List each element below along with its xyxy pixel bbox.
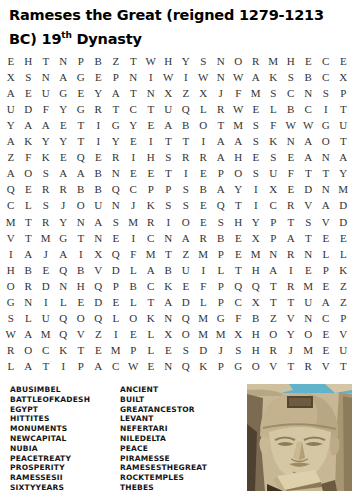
grid-cell: H xyxy=(282,53,300,69)
grid-cell: W xyxy=(142,53,160,69)
grid-cell: T xyxy=(37,53,55,69)
grid-cell: E xyxy=(125,326,143,342)
grid-cell: N xyxy=(72,213,90,229)
grid-cell: P xyxy=(317,262,335,278)
grid-cell: S xyxy=(107,213,125,229)
grid-cell: R xyxy=(20,278,38,294)
grid-cell: E xyxy=(317,342,335,358)
grid-cell: O xyxy=(72,197,90,213)
grid-cell: N xyxy=(55,278,73,294)
grid-cell: I xyxy=(160,213,178,229)
grid-cell: P xyxy=(212,165,230,181)
grid-cell: S xyxy=(265,85,283,101)
grid-cell: Q xyxy=(230,278,248,294)
grid-cell: M xyxy=(335,181,353,197)
grid-cell: E xyxy=(282,181,300,197)
grid-cell: O xyxy=(177,326,195,342)
grid-cell: V xyxy=(90,262,108,278)
grid-cell: O xyxy=(20,165,38,181)
word-list-item: PEACETREATY xyxy=(10,454,90,464)
grid-cell: R xyxy=(212,101,230,117)
grid-cell: S xyxy=(177,342,195,358)
grid-cell: C xyxy=(230,294,248,310)
grid-cell: W xyxy=(230,69,248,85)
grid-cell: G xyxy=(72,101,90,117)
grid-cell: N xyxy=(300,246,318,262)
grid-cell: W xyxy=(195,69,213,85)
grid-cell: P xyxy=(212,358,230,374)
grid-cell: X xyxy=(230,326,248,342)
grid-cell: S xyxy=(177,181,195,197)
grid-cell: K xyxy=(142,310,160,326)
grid-cell: P xyxy=(72,53,90,69)
grid-cell: P xyxy=(160,181,178,197)
grid-cell: K xyxy=(55,342,73,358)
grid-cell: E xyxy=(72,294,90,310)
grid-cell: U xyxy=(177,262,195,278)
grid-cell: B xyxy=(72,181,90,197)
grid-cell: A xyxy=(335,149,353,165)
grid-cell: Z xyxy=(177,246,195,262)
grid-cell: A xyxy=(72,165,90,181)
grid-cell: A xyxy=(160,117,178,133)
grid-cell: F xyxy=(230,85,248,101)
grid-cell: I xyxy=(195,133,213,149)
grid-cell: B xyxy=(160,262,178,278)
grid-cell: E xyxy=(160,342,178,358)
grid-cell: T xyxy=(125,85,143,101)
grid-cell: A xyxy=(55,165,73,181)
grid-cell: T xyxy=(37,358,55,374)
grid-cell: U xyxy=(335,117,353,133)
grid-cell: Q xyxy=(177,310,195,326)
grid-cell: N xyxy=(107,197,125,213)
grid-cell: Q xyxy=(55,262,73,278)
grid-cell: N xyxy=(160,358,178,374)
grid-cell: B xyxy=(212,230,230,246)
grid-cell: E xyxy=(300,53,318,69)
grid-cell: T xyxy=(125,53,143,69)
grid-cell: A xyxy=(212,133,230,149)
grid-cell: W xyxy=(230,101,248,117)
grid-cell: M xyxy=(247,85,265,101)
grid-cell: P xyxy=(107,278,125,294)
grid-cell: N xyxy=(107,165,125,181)
grid-cell: I xyxy=(2,246,20,262)
word-list-item: NUBIA xyxy=(10,444,90,454)
grid-cell: G xyxy=(55,230,73,246)
grid-cell: A xyxy=(177,230,195,246)
grid-cell: Q xyxy=(107,181,125,197)
grid-cell: J xyxy=(55,197,73,213)
grid-cell: M xyxy=(300,342,318,358)
grid-cell: B xyxy=(282,101,300,117)
grid-cell: M xyxy=(37,230,55,246)
grid-cell: X xyxy=(335,69,353,85)
grid-cell: L xyxy=(212,262,230,278)
grid-cell: T xyxy=(142,294,160,310)
grid-cell: P xyxy=(107,69,125,85)
grid-cell: F xyxy=(230,310,248,326)
grid-cell: A xyxy=(160,294,178,310)
word-list-item: RAMESSESII xyxy=(10,473,90,483)
grid-cell: X xyxy=(195,85,213,101)
grid-cell: B xyxy=(125,278,143,294)
grid-cell: Q xyxy=(72,149,90,165)
grid-cell: A xyxy=(142,262,160,278)
grid-cell: I xyxy=(125,230,143,246)
grid-cell: S xyxy=(212,213,230,229)
grid-cell: L xyxy=(55,294,73,310)
grid-cell: Q xyxy=(90,310,108,326)
grid-cell: A xyxy=(317,197,335,213)
grid-cell: N xyxy=(212,69,230,85)
grid-cell: O xyxy=(317,133,335,149)
grid-cell: R xyxy=(90,101,108,117)
grid-cell: I xyxy=(247,197,265,213)
grid-cell: I xyxy=(247,181,265,197)
title-line2: BC) 19 xyxy=(9,30,61,46)
grid-cell: D xyxy=(195,342,213,358)
grid-cell: V xyxy=(265,358,283,374)
grid-cell: P xyxy=(72,358,90,374)
grid-cell: H xyxy=(230,149,248,165)
word-list-item: RAMESESTHEGREAT xyxy=(120,463,207,473)
grid-cell: G xyxy=(2,294,20,310)
grid-cell: I xyxy=(177,165,195,181)
grid-cell: J xyxy=(212,342,230,358)
grid-cell: C xyxy=(142,278,160,294)
grid-cell: T xyxy=(142,101,160,117)
grid-cell: E xyxy=(72,85,90,101)
grid-cell: O xyxy=(20,342,38,358)
grid-cell: M xyxy=(195,326,213,342)
grid-cell: D xyxy=(335,213,353,229)
grid-cell: N xyxy=(55,53,73,69)
grid-cell: T xyxy=(265,294,283,310)
grid-cell: L xyxy=(265,101,283,117)
grid-cell: T xyxy=(212,117,230,133)
grid-cell: A xyxy=(107,85,125,101)
grid-cell: D xyxy=(107,262,125,278)
page-title: Rameses the Great (reigned 1279-1213BC) … xyxy=(9,6,353,49)
grid-cell: S xyxy=(247,133,265,149)
grid-cell: L xyxy=(142,342,160,358)
grid-cell: X xyxy=(90,246,108,262)
grid-cell: A xyxy=(265,262,283,278)
grid-cell: L xyxy=(335,246,353,262)
grid-cell: T xyxy=(282,213,300,229)
grid-cell: M xyxy=(212,326,230,342)
grid-cell: R xyxy=(195,149,213,165)
grid-cell: H xyxy=(2,262,20,278)
grid-cell: H xyxy=(72,278,90,294)
grid-cell: L xyxy=(20,310,38,326)
grid-cell: D xyxy=(37,278,55,294)
grid-cell: E xyxy=(125,133,143,149)
grid-cell: U xyxy=(160,101,178,117)
grid-cell: N xyxy=(300,310,318,326)
grid-cell: S xyxy=(20,69,38,85)
grid-cell: P xyxy=(265,213,283,229)
grid-cell: S xyxy=(282,69,300,85)
grid-cell: S xyxy=(300,213,318,229)
grid-cell: N xyxy=(282,133,300,149)
grid-cell: N xyxy=(212,53,230,69)
grid-cell: N xyxy=(125,69,143,85)
grid-cell: H xyxy=(247,262,265,278)
grid-cell: V xyxy=(317,358,335,374)
grid-cell: C xyxy=(282,85,300,101)
word-list-column-2: ANCIENTBUILTGREATANCESTORLEVANTNEFERTARI… xyxy=(120,385,207,493)
uraeus-recess-inner xyxy=(289,398,311,406)
grid-cell: Q xyxy=(177,101,195,117)
grid-cell: T xyxy=(72,133,90,149)
grid-cell: M xyxy=(107,342,125,358)
grid-cell: N xyxy=(37,69,55,85)
grid-cell: F xyxy=(125,246,143,262)
grid-cell: E xyxy=(125,165,143,181)
grid-cell: M xyxy=(195,246,213,262)
grid-cell: A xyxy=(20,117,38,133)
grid-cell: Y xyxy=(177,53,195,69)
grid-cell: P xyxy=(125,342,143,358)
grid-cell: A xyxy=(247,69,265,85)
grid-cell: A xyxy=(2,165,20,181)
word-list-item: BATTLEOFKADESH xyxy=(10,395,90,405)
grid-cell: Q xyxy=(2,181,20,197)
grid-cell: O xyxy=(230,53,248,69)
grid-cell: W xyxy=(160,69,178,85)
grid-cell: R xyxy=(265,342,283,358)
grid-cell: J xyxy=(37,246,55,262)
grid-cell: V xyxy=(2,230,20,246)
grid-cell: I xyxy=(177,69,195,85)
grid-cell: S xyxy=(265,149,283,165)
grid-cell: M xyxy=(265,53,283,69)
grid-cell: E xyxy=(20,85,38,101)
grid-cell: Z xyxy=(265,310,283,326)
grid-cell: Q xyxy=(55,310,73,326)
grid-cell: L xyxy=(142,326,160,342)
word-list-item: THEBES xyxy=(120,483,207,493)
grid-cell: A xyxy=(20,246,38,262)
grid-cell: Y xyxy=(37,133,55,149)
grid-cell: B xyxy=(20,262,38,278)
grid-cell: E xyxy=(230,246,248,262)
grid-cell: Y xyxy=(107,133,125,149)
grid-cell: E xyxy=(107,230,125,246)
grid-cell: M xyxy=(230,117,248,133)
grid-cell: E xyxy=(142,358,160,374)
word-list-item: LEVANT xyxy=(120,414,207,424)
grid-cell: R xyxy=(282,246,300,262)
grid-cell: O xyxy=(230,165,248,181)
grid-cell: E xyxy=(195,213,213,229)
grid-cell: K xyxy=(20,133,38,149)
grid-cell: A xyxy=(37,117,55,133)
grid-cell: M xyxy=(125,213,143,229)
title-line1: Rameses the Great (reigned 1279-1213 xyxy=(9,7,324,23)
grid-cell: U xyxy=(90,197,108,213)
grid-cell: M xyxy=(247,246,265,262)
grid-cell: C xyxy=(37,342,55,358)
grid-cell: U xyxy=(300,294,318,310)
grid-cell: F xyxy=(37,101,55,117)
grid-cell: T xyxy=(177,133,195,149)
grid-cell: C xyxy=(107,358,125,374)
grid-cell: A xyxy=(20,326,38,342)
grid-cell: H xyxy=(230,213,248,229)
grid-cell: S xyxy=(160,197,178,213)
grid-cell: C xyxy=(2,197,20,213)
grid-cell: W xyxy=(282,117,300,133)
grid-cell: Y xyxy=(55,133,73,149)
grid-cell: S xyxy=(37,197,55,213)
grid-cell: B xyxy=(72,262,90,278)
grid-cell: L xyxy=(125,262,143,278)
grid-cell: H xyxy=(160,53,178,69)
grid-cell: M xyxy=(37,326,55,342)
grid-cell: E xyxy=(90,69,108,85)
grid-cell: F xyxy=(20,149,38,165)
grid-cell: B xyxy=(300,69,318,85)
grid-cell: B xyxy=(177,117,195,133)
grid-cell: T xyxy=(265,278,283,294)
grid-cell: X xyxy=(265,181,283,197)
grid-cell: S xyxy=(195,53,213,69)
grid-cell: R xyxy=(2,342,20,358)
title-superscript: th xyxy=(61,30,71,40)
grid-cell: E xyxy=(142,165,160,181)
word-list-item: ROCKTEMPLES xyxy=(120,473,207,483)
grid-cell: T xyxy=(282,358,300,374)
grid-cell: D xyxy=(335,197,353,213)
word-list-item: GREATANCESTOR xyxy=(120,405,207,415)
grid-cell: O xyxy=(300,326,318,342)
grid-cell: Y xyxy=(2,117,20,133)
grid-cell: N xyxy=(90,230,108,246)
word-list-item: NEFERTARI xyxy=(120,424,207,434)
grid-cell: T xyxy=(20,230,38,246)
word-list-item: BUILT xyxy=(120,395,207,405)
grid-cell: Q xyxy=(212,197,230,213)
grid-cell: N xyxy=(160,230,178,246)
grid-cell: K xyxy=(265,133,283,149)
grid-cell: L xyxy=(125,294,143,310)
grid-cell: C xyxy=(125,101,143,117)
grid-cell: E xyxy=(335,230,353,246)
grid-cell: T xyxy=(160,246,178,262)
grid-cell: C xyxy=(125,181,143,197)
grid-cell: U xyxy=(265,165,283,181)
grid-cell: A xyxy=(2,133,20,149)
grid-cell: E xyxy=(300,262,318,278)
grid-cell: T xyxy=(335,133,353,149)
grid-cell: S xyxy=(317,85,335,101)
grid-cell: X xyxy=(160,85,178,101)
grid-cell: H xyxy=(247,326,265,342)
grid-cell: D xyxy=(300,181,318,197)
grid-cell: L xyxy=(20,197,38,213)
grid-cell: R xyxy=(282,197,300,213)
grid-cell: M xyxy=(2,213,20,229)
grid-cell: F xyxy=(265,117,283,133)
grid-cell: S xyxy=(247,165,265,181)
grid-cell: I xyxy=(125,149,143,165)
grid-cell: D xyxy=(177,294,195,310)
grid-cell: A xyxy=(230,133,248,149)
grid-cell: R xyxy=(247,53,265,69)
grid-cell: Z xyxy=(335,294,353,310)
grid-cell: Y xyxy=(90,85,108,101)
grid-cell: T xyxy=(160,133,178,149)
grid-cell: S xyxy=(230,342,248,358)
grid-cell: Z xyxy=(107,53,125,69)
rameses-statue-photo xyxy=(247,384,352,491)
word-list-item: ANCIENT xyxy=(120,385,207,395)
grid-cell: Y xyxy=(247,213,265,229)
grid-cell: H xyxy=(20,53,38,69)
grid-cell: Y xyxy=(230,181,248,197)
grid-cell: W xyxy=(2,326,20,342)
grid-cell: R xyxy=(282,278,300,294)
grid-cell: R xyxy=(300,358,318,374)
word-list-item: PROSPERITY xyxy=(10,463,90,473)
grid-cell: I xyxy=(37,294,55,310)
grid-cell: K xyxy=(37,149,55,165)
grid-cell: T xyxy=(335,101,353,117)
grid-cell: A xyxy=(2,85,20,101)
grid-cell: X xyxy=(247,294,265,310)
word-list-item: PEACE xyxy=(120,444,207,454)
grid-cell: Q xyxy=(90,278,108,294)
grid-cell: J xyxy=(212,85,230,101)
grid-cell: Q xyxy=(55,326,73,342)
grid-cell: M xyxy=(300,278,318,294)
grid-cell: E xyxy=(142,117,160,133)
grid-cell: R xyxy=(37,213,55,229)
grid-cell: U xyxy=(2,101,20,117)
grid-cell: A xyxy=(300,133,318,149)
grid-cell: B xyxy=(90,181,108,197)
grid-cell: A xyxy=(300,149,318,165)
grid-cell: E xyxy=(195,197,213,213)
grid-cell: L xyxy=(195,101,213,117)
grid-cell: Y xyxy=(335,165,353,181)
grid-cell: Y xyxy=(55,101,73,117)
grid-cell: A xyxy=(212,181,230,197)
grid-cell: C xyxy=(142,230,160,246)
grid-cell: N xyxy=(265,246,283,262)
grid-cell: F xyxy=(195,278,213,294)
grid-cell: E xyxy=(247,101,265,117)
grid-cell: B xyxy=(195,181,213,197)
grid-cell: L xyxy=(107,310,125,326)
grid-cell: O xyxy=(125,310,143,326)
grid-cell: K xyxy=(160,278,178,294)
grid-cell: N xyxy=(20,294,38,310)
grid-cell: Z xyxy=(90,326,108,342)
grid-cell: O xyxy=(247,358,265,374)
grid-cell: I xyxy=(90,117,108,133)
grid-cell: R xyxy=(177,149,195,165)
grid-cell: K xyxy=(195,358,213,374)
grid-cell: O xyxy=(177,213,195,229)
grid-cell: E xyxy=(282,149,300,165)
grid-cell: S xyxy=(177,197,195,213)
grid-cell: A xyxy=(55,69,73,85)
